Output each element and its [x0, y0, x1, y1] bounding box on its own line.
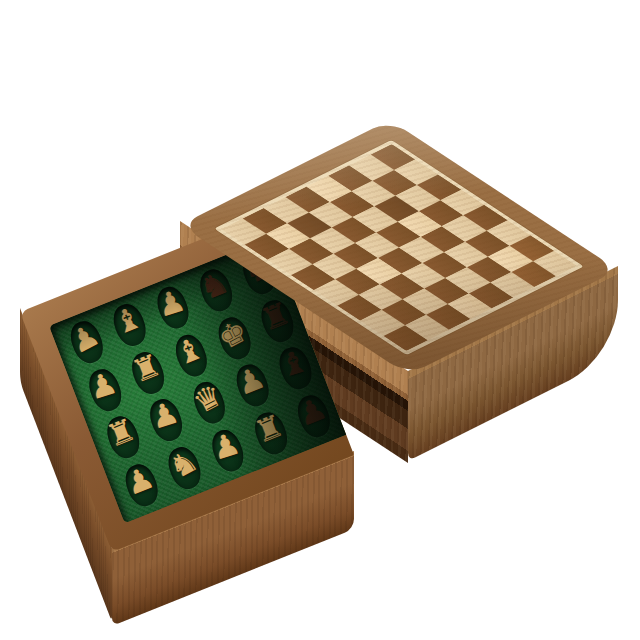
- chess-box-product-photo: ♟♝♟♞♞♟♜♝♚♜♜♟♛♟♝♟♞♟♜♟: [0, 0, 640, 640]
- drawer-piece-wP: ♟: [154, 284, 189, 322]
- drawer-piece-wP: ♟: [147, 397, 182, 435]
- drawer-piece-wP: ♟: [208, 427, 243, 465]
- drawer-piece-wP: ♟: [86, 367, 121, 405]
- drawer-piece-bB: ♝: [277, 345, 312, 383]
